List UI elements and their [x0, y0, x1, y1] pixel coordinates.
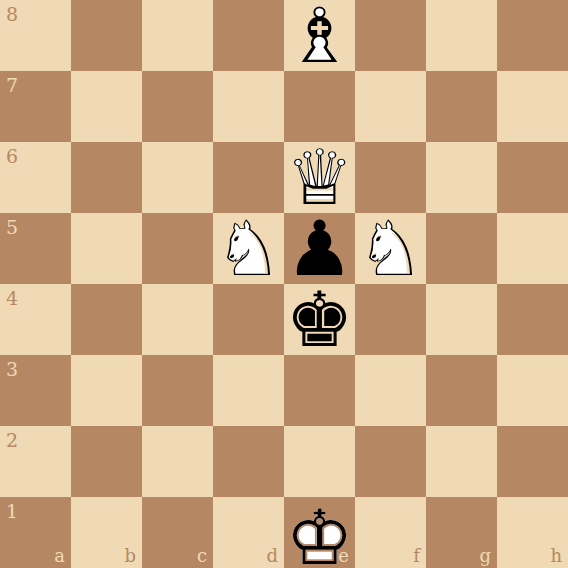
square-f2[interactable]	[355, 426, 426, 497]
square-a1[interactable]: 1a	[0, 497, 71, 568]
square-b1[interactable]: b	[71, 497, 142, 568]
black-pawn-glyph: ♟	[284, 213, 355, 284]
file-label-c: c	[197, 547, 207, 565]
square-h4[interactable]	[497, 284, 568, 355]
square-c7[interactable]	[142, 71, 213, 142]
file-label-h: h	[550, 547, 562, 565]
rank-label-6: 6	[6, 147, 18, 166]
square-a7[interactable]: 7	[0, 71, 71, 142]
file-label-g: g	[479, 547, 491, 565]
file-label-f: f	[413, 547, 420, 565]
square-b8[interactable]	[71, 0, 142, 71]
piece-white-queen-e6[interactable]: ♛♕	[284, 142, 355, 213]
square-a5[interactable]: 5	[0, 213, 71, 284]
square-g4[interactable]	[426, 284, 497, 355]
square-e7[interactable]	[284, 71, 355, 142]
square-d4[interactable]	[213, 284, 284, 355]
square-d3[interactable]	[213, 355, 284, 426]
square-a3[interactable]: 3	[0, 355, 71, 426]
square-d8[interactable]	[213, 0, 284, 71]
white-king-outline-glyph: ♔	[284, 502, 355, 568]
square-h5[interactable]	[497, 213, 568, 284]
square-c4[interactable]	[142, 284, 213, 355]
square-b4[interactable]	[71, 284, 142, 355]
piece-black-pawn-e5[interactable]: ♟	[284, 213, 355, 284]
white-knight-outline-glyph: ♘	[213, 213, 284, 284]
square-e2[interactable]	[284, 426, 355, 497]
square-f4[interactable]	[355, 284, 426, 355]
square-a6[interactable]: 6	[0, 142, 71, 213]
square-b3[interactable]	[71, 355, 142, 426]
square-b7[interactable]	[71, 71, 142, 142]
square-d2[interactable]	[213, 426, 284, 497]
square-f3[interactable]	[355, 355, 426, 426]
white-knight-outline-glyph: ♘	[355, 213, 426, 284]
square-g8[interactable]	[426, 0, 497, 71]
rank-label-5: 5	[6, 218, 18, 237]
square-c5[interactable]	[142, 213, 213, 284]
square-g5[interactable]	[426, 213, 497, 284]
rank-label-3: 3	[6, 360, 18, 379]
square-a4[interactable]: 4	[0, 284, 71, 355]
square-a8[interactable]: 8	[0, 0, 71, 71]
square-c8[interactable]	[142, 0, 213, 71]
square-g7[interactable]	[426, 71, 497, 142]
white-bishop-outline-glyph: ♗	[284, 0, 355, 71]
square-f6[interactable]	[355, 142, 426, 213]
square-h6[interactable]	[497, 142, 568, 213]
piece-white-bishop-e8[interactable]: ♝♗	[284, 0, 355, 71]
square-h1[interactable]: h	[497, 497, 568, 568]
rank-label-4: 4	[6, 289, 18, 308]
square-c2[interactable]	[142, 426, 213, 497]
square-f1[interactable]: f	[355, 497, 426, 568]
square-d6[interactable]	[213, 142, 284, 213]
square-h2[interactable]	[497, 426, 568, 497]
piece-white-king-e1[interactable]: ♚♔	[284, 502, 355, 568]
square-b2[interactable]	[71, 426, 142, 497]
square-c1[interactable]: c	[142, 497, 213, 568]
file-label-d: d	[266, 547, 278, 565]
square-g3[interactable]	[426, 355, 497, 426]
rank-label-7: 7	[6, 76, 18, 95]
piece-white-knight-f5[interactable]: ♞♘	[355, 213, 426, 284]
square-c3[interactable]	[142, 355, 213, 426]
square-b5[interactable]	[71, 213, 142, 284]
square-g1[interactable]: g	[426, 497, 497, 568]
piece-white-knight-d5[interactable]: ♞♘	[213, 213, 284, 284]
file-label-a: a	[54, 547, 65, 565]
chess-board: 87654321abcdefgh♝♗♛♕♞♘♟♞♘♚♚♔	[0, 0, 568, 568]
square-c6[interactable]	[142, 142, 213, 213]
square-f7[interactable]	[355, 71, 426, 142]
square-e3[interactable]	[284, 355, 355, 426]
piece-black-king-e4[interactable]: ♚	[284, 284, 355, 355]
black-king-glyph: ♚	[284, 284, 355, 355]
square-d7[interactable]	[213, 71, 284, 142]
white-queen-outline-glyph: ♕	[284, 142, 355, 213]
square-f8[interactable]	[355, 0, 426, 71]
square-h3[interactable]	[497, 355, 568, 426]
square-g2[interactable]	[426, 426, 497, 497]
square-a2[interactable]: 2	[0, 426, 71, 497]
square-b6[interactable]	[71, 142, 142, 213]
rank-label-8: 8	[6, 5, 18, 24]
square-h7[interactable]	[497, 71, 568, 142]
rank-label-2: 2	[6, 431, 18, 450]
square-d1[interactable]: d	[213, 497, 284, 568]
square-g6[interactable]	[426, 142, 497, 213]
rank-label-1: 1	[6, 502, 18, 521]
file-label-b: b	[124, 547, 136, 565]
square-h8[interactable]	[497, 0, 568, 71]
